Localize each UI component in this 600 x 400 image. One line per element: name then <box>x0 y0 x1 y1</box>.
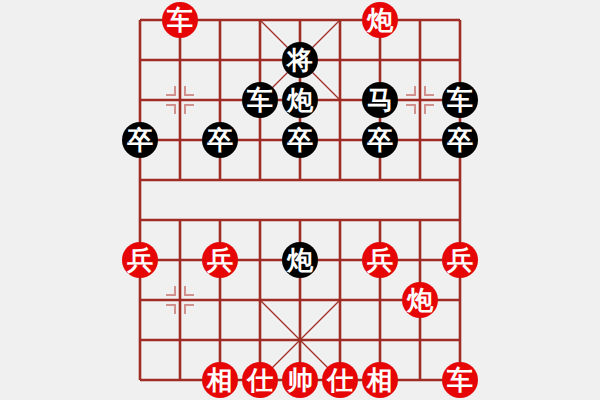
board-point <box>280 280 320 320</box>
board-point[interactable]: 相 <box>360 360 400 400</box>
board-point[interactable]: 仕 <box>240 360 280 400</box>
board-point <box>440 200 480 240</box>
board-point <box>280 200 320 240</box>
board-point <box>400 360 440 400</box>
board-point <box>200 0 240 40</box>
piece-red-soldier[interactable]: 兵 <box>202 242 238 278</box>
board-point[interactable]: 卒 <box>120 120 160 160</box>
board-point <box>400 200 440 240</box>
piece-black-soldier[interactable]: 卒 <box>442 122 478 158</box>
board-point <box>160 320 200 360</box>
board-point[interactable]: 卒 <box>440 120 480 160</box>
board-point <box>120 0 160 40</box>
board-point[interactable]: 将 <box>280 40 320 80</box>
board-point <box>360 280 400 320</box>
board-point[interactable]: 相 <box>200 360 240 400</box>
point-grid: 车炮将车炮马车卒卒卒卒卒兵兵炮兵兵炮相仕帅仕相车 <box>120 0 480 400</box>
piece-red-advisor[interactable]: 仕 <box>242 362 278 398</box>
piece-red-chariot[interactable]: 车 <box>442 362 478 398</box>
board-point <box>440 160 480 200</box>
board-point <box>240 200 280 240</box>
board-point[interactable]: 帅 <box>280 360 320 400</box>
board-point[interactable]: 兵 <box>120 240 160 280</box>
board-point <box>160 240 200 280</box>
piece-black-chariot[interactable]: 车 <box>442 82 478 118</box>
board-point <box>320 240 360 280</box>
piece-red-cannon[interactable]: 炮 <box>362 2 398 38</box>
board-point <box>400 40 440 80</box>
board-point <box>160 280 200 320</box>
board-point <box>200 280 240 320</box>
board-point <box>320 280 360 320</box>
board-point <box>160 360 200 400</box>
board-point <box>200 40 240 80</box>
board-point <box>400 320 440 360</box>
board-point[interactable]: 兵 <box>200 240 240 280</box>
piece-black-soldier[interactable]: 卒 <box>202 122 238 158</box>
board-point <box>320 80 360 120</box>
board-point <box>120 160 160 200</box>
board-point <box>200 200 240 240</box>
board-point[interactable]: 炮 <box>400 280 440 320</box>
board-point[interactable]: 炮 <box>280 80 320 120</box>
board-point <box>160 200 200 240</box>
board-point <box>200 320 240 360</box>
piece-black-soldier[interactable]: 卒 <box>122 122 158 158</box>
piece-black-soldier[interactable]: 卒 <box>282 122 318 158</box>
board-point <box>360 200 400 240</box>
piece-black-soldier[interactable]: 卒 <box>362 122 398 158</box>
board-point[interactable]: 车 <box>440 80 480 120</box>
board-point <box>400 120 440 160</box>
board-point <box>400 80 440 120</box>
board-point <box>240 120 280 160</box>
board-point <box>240 240 280 280</box>
board-point[interactable]: 仕 <box>320 360 360 400</box>
piece-red-soldier[interactable]: 兵 <box>442 242 478 278</box>
board-point <box>320 160 360 200</box>
board-point <box>320 200 360 240</box>
board-point <box>360 160 400 200</box>
piece-red-soldier[interactable]: 兵 <box>362 242 398 278</box>
board-point <box>280 320 320 360</box>
board-point[interactable]: 卒 <box>360 120 400 160</box>
board-point[interactable]: 兵 <box>360 240 400 280</box>
board-point <box>280 160 320 200</box>
piece-red-general[interactable]: 帅 <box>282 362 318 398</box>
board-point <box>440 320 480 360</box>
piece-red-elephant[interactable]: 相 <box>362 362 398 398</box>
board-point <box>200 80 240 120</box>
board-point <box>240 160 280 200</box>
board-point <box>320 120 360 160</box>
board-point[interactable]: 车 <box>240 80 280 120</box>
board-point <box>320 40 360 80</box>
board-point <box>120 280 160 320</box>
piece-red-chariot[interactable]: 车 <box>162 2 198 38</box>
board-point <box>400 240 440 280</box>
board-point <box>120 360 160 400</box>
board-point[interactable]: 兵 <box>440 240 480 280</box>
board-point <box>360 40 400 80</box>
board-point <box>240 0 280 40</box>
board-point <box>280 0 320 40</box>
board-point <box>440 0 480 40</box>
piece-black-cannon[interactable]: 炮 <box>282 242 318 278</box>
board-point <box>240 40 280 80</box>
board-point <box>440 40 480 80</box>
board-point <box>320 320 360 360</box>
piece-black-general[interactable]: 将 <box>282 42 318 78</box>
board-point <box>160 40 200 80</box>
board-point <box>200 160 240 200</box>
board-point <box>240 320 280 360</box>
board-point[interactable]: 马 <box>360 80 400 120</box>
piece-black-horse[interactable]: 马 <box>362 82 398 118</box>
board-point <box>400 160 440 200</box>
board-point[interactable]: 车 <box>440 360 480 400</box>
board-point[interactable]: 卒 <box>200 120 240 160</box>
board-point[interactable]: 车 <box>160 0 200 40</box>
board-point <box>120 200 160 240</box>
board-point <box>120 80 160 120</box>
board-point <box>160 120 200 160</box>
piece-red-soldier[interactable]: 兵 <box>122 242 158 278</box>
piece-red-elephant[interactable]: 相 <box>202 362 238 398</box>
board-point[interactable]: 炮 <box>280 240 320 280</box>
board-point <box>320 0 360 40</box>
board-point <box>400 0 440 40</box>
piece-red-cannon[interactable]: 炮 <box>402 282 438 318</box>
board-point <box>160 160 200 200</box>
board-point <box>240 280 280 320</box>
xiangqi-board: 车炮将车炮马车卒卒卒卒卒兵兵炮兵兵炮相仕帅仕相车 <box>0 0 600 400</box>
piece-red-advisor[interactable]: 仕 <box>322 362 358 398</box>
piece-black-cannon[interactable]: 炮 <box>282 82 318 118</box>
board-point <box>120 40 160 80</box>
board-point <box>160 80 200 120</box>
piece-black-chariot[interactable]: 车 <box>242 82 278 118</box>
board-point <box>120 320 160 360</box>
board-point[interactable]: 卒 <box>280 120 320 160</box>
board-point <box>360 320 400 360</box>
board-point[interactable]: 炮 <box>360 0 400 40</box>
board-point <box>440 280 480 320</box>
